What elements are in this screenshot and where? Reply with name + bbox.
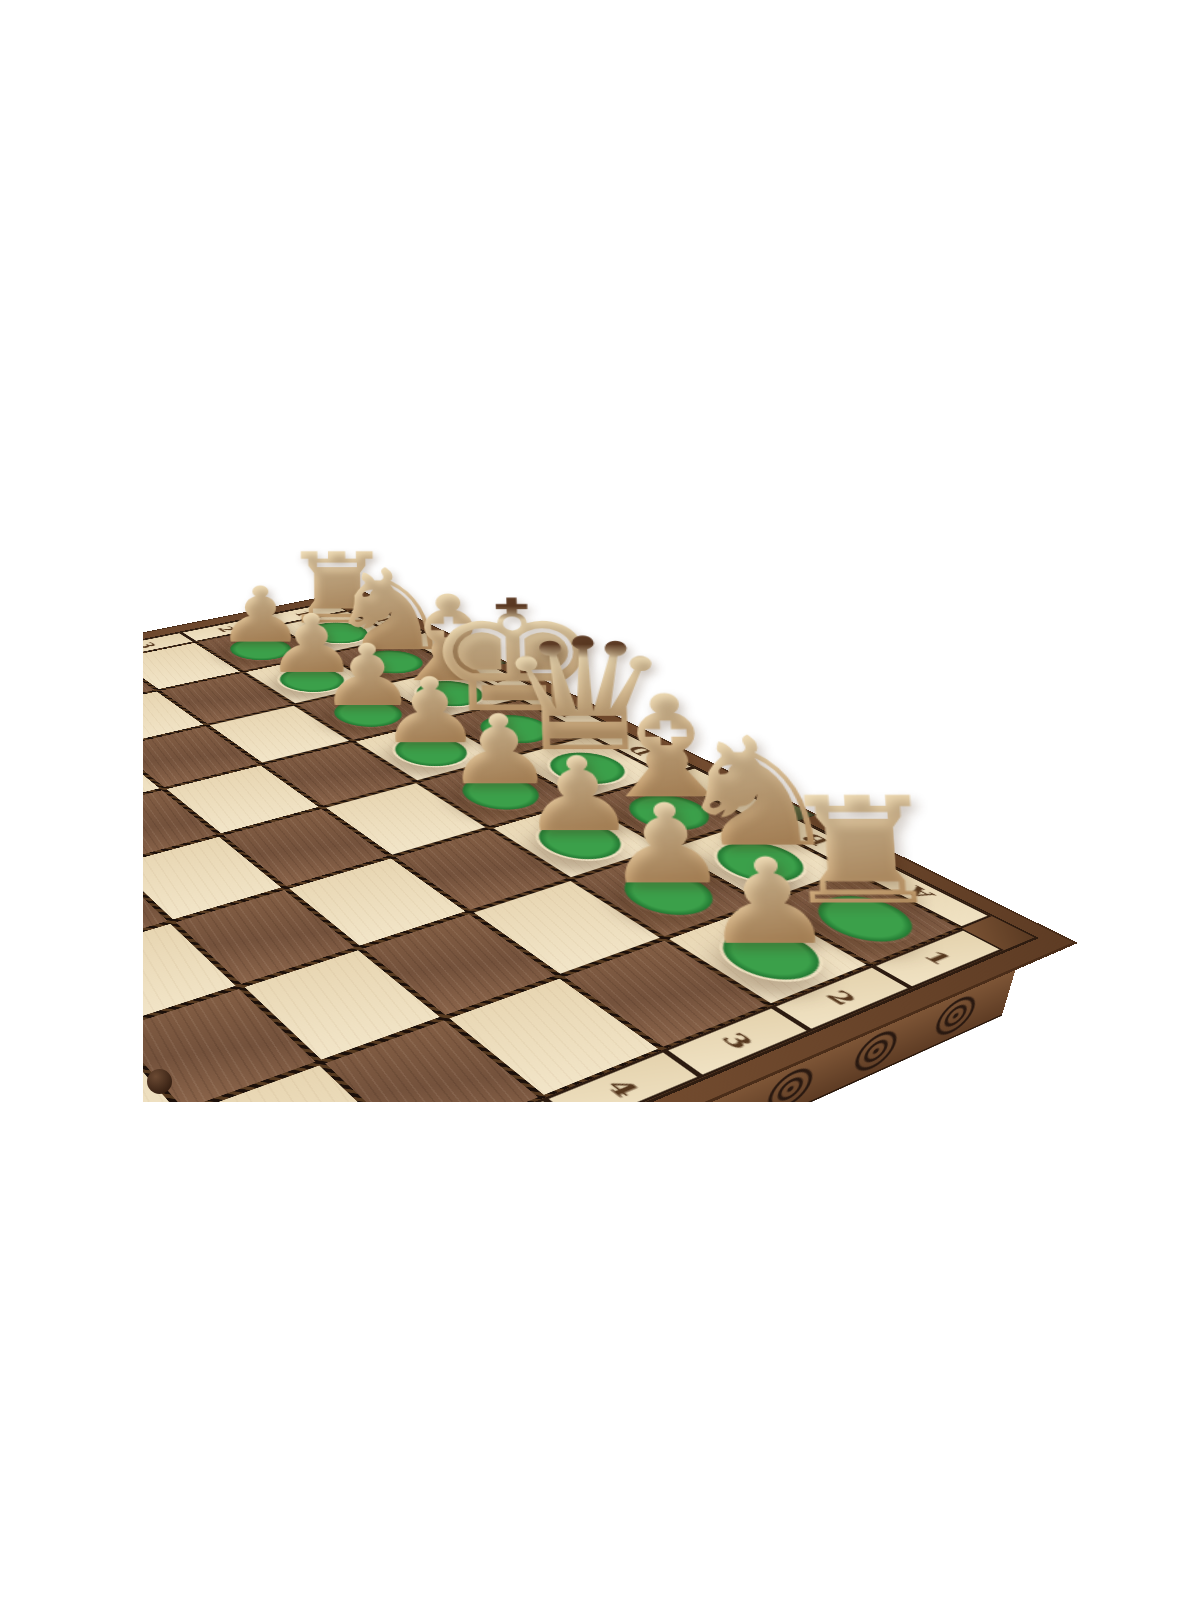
- latch-knob: [147, 1069, 172, 1094]
- pawn-glyph: ♟: [697, 843, 839, 962]
- photo-crop-mask-bottom: [0, 1102, 1200, 1600]
- product-photo: 87654321 HGFEDCBA ♟♜♟♞♟♝♟♚♟♛♟♝♟♞♟♜ HGFED…: [0, 0, 1200, 1600]
